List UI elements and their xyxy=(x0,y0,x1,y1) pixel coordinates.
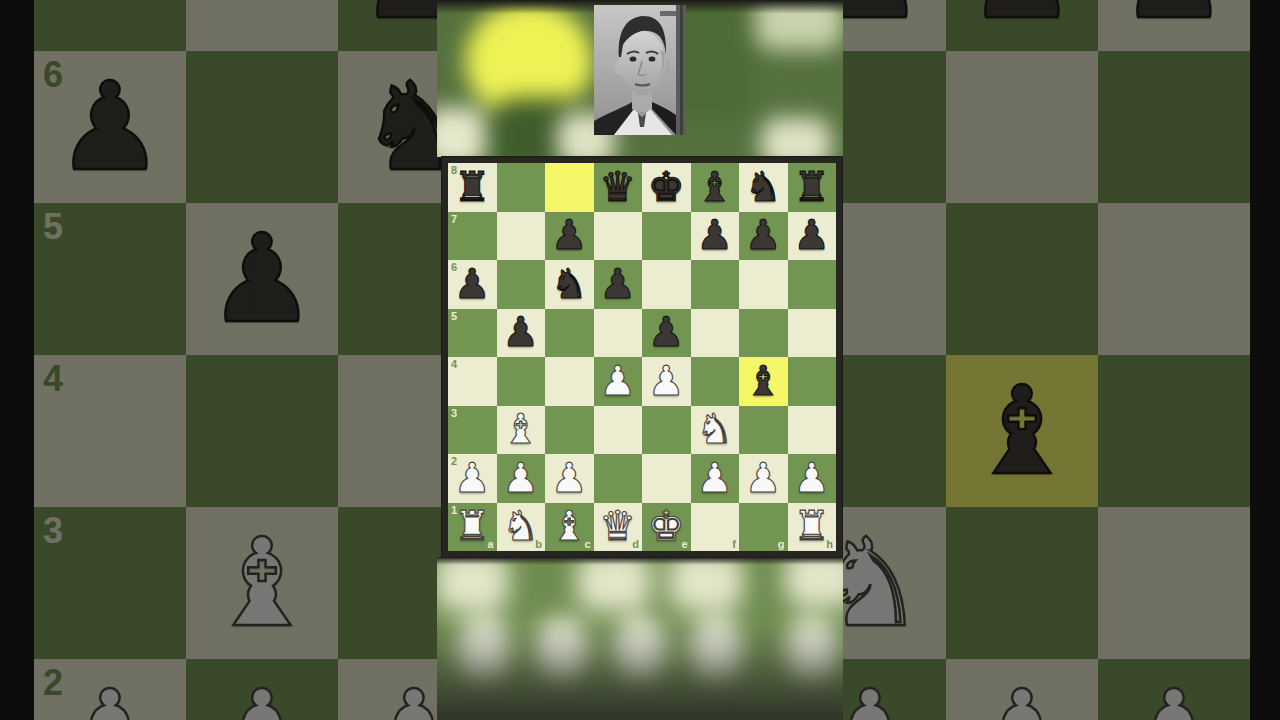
white-pawn-e4: ♟ xyxy=(648,361,685,402)
square-d3[interactable] xyxy=(594,406,643,455)
file-label-c: c xyxy=(584,539,590,550)
square-f4[interactable] xyxy=(691,357,740,406)
square-e4[interactable]: ♟ xyxy=(642,357,691,406)
file-label-f: f xyxy=(732,539,736,550)
square-e7[interactable] xyxy=(642,212,691,261)
rank-label-4: 4 xyxy=(451,359,457,370)
square-c6[interactable]: ♞ xyxy=(545,260,594,309)
square-d2[interactable] xyxy=(594,454,643,503)
black-knight-g8: ♞ xyxy=(745,167,782,208)
square-d8[interactable]: ♛ xyxy=(594,163,643,212)
square-g1[interactable]: g xyxy=(739,503,788,552)
square-b6[interactable] xyxy=(497,260,546,309)
square-f3[interactable]: ♞ xyxy=(691,406,740,455)
black-pawn-d6: ♟ xyxy=(599,264,636,305)
square-c1[interactable]: c♝ xyxy=(545,503,594,552)
white-bishop-c1: ♝ xyxy=(551,506,588,547)
square-g6[interactable] xyxy=(739,260,788,309)
square-b5[interactable]: ♟ xyxy=(497,309,546,358)
white-pawn-h2: ♟ xyxy=(793,458,830,499)
file-label-b: b xyxy=(535,539,542,550)
file-label-d: d xyxy=(632,539,639,550)
square-d6[interactable]: ♟ xyxy=(594,260,643,309)
white-bishop-b3: ♝ xyxy=(502,409,539,450)
square-a1[interactable]: 1a♜ xyxy=(448,503,497,552)
square-g4[interactable]: ♝ xyxy=(739,357,788,406)
white-pawn-a2: ♟ xyxy=(454,458,491,499)
white-queen-d1: ♛ xyxy=(599,506,636,547)
white-pawn-b2: ♟ xyxy=(502,458,539,499)
white-rook-h1: ♜ xyxy=(793,506,830,547)
square-f6[interactable] xyxy=(691,260,740,309)
black-pawn-b5: ♟ xyxy=(502,312,539,353)
file-label-g: g xyxy=(778,539,785,550)
square-g5[interactable] xyxy=(739,309,788,358)
square-d7[interactable] xyxy=(594,212,643,261)
square-f2[interactable]: ♟ xyxy=(691,454,740,503)
file-label-h: h xyxy=(826,539,833,550)
white-pawn-g2: ♟ xyxy=(745,458,782,499)
square-a2[interactable]: 2♟ xyxy=(448,454,497,503)
square-h4[interactable] xyxy=(788,357,837,406)
black-bishop-f8: ♝ xyxy=(696,167,733,208)
square-e8[interactable]: ♚ xyxy=(642,163,691,212)
square-c3[interactable] xyxy=(545,406,594,455)
rank-label-7: 7 xyxy=(451,214,457,225)
square-d5[interactable] xyxy=(594,309,643,358)
white-pawn-f2: ♟ xyxy=(696,458,733,499)
black-queen-d8: ♛ xyxy=(599,167,636,208)
white-pawn-d4: ♟ xyxy=(599,361,636,402)
square-f7[interactable]: ♟ xyxy=(691,212,740,261)
black-pawn-g7: ♟ xyxy=(745,215,782,256)
black-knight-c6: ♞ xyxy=(551,264,588,305)
square-a8[interactable]: 8♜ xyxy=(448,163,497,212)
chess-board: 8♜♛♚♝♞♜7♟♟♟♟6♟♞♟5♟♟4♟♟♝3♝♞2♟♟♟♟♟♟1a♜b♞c♝… xyxy=(442,157,842,557)
square-h8[interactable]: ♜ xyxy=(788,163,837,212)
square-e2[interactable] xyxy=(642,454,691,503)
square-g8[interactable]: ♞ xyxy=(739,163,788,212)
white-knight-f3: ♞ xyxy=(696,409,733,450)
video-frame: 8♜♛♚♝♞♜7♟♟♟♟6♟♞♟5♟♟4♟♟♝3♝♞2♟♟♟♟♟♟1a♜b♞c♝… xyxy=(0,0,1280,720)
square-d1[interactable]: d♛ xyxy=(594,503,643,552)
square-a7[interactable]: 7 xyxy=(448,212,497,261)
rank-label-2: 2 xyxy=(451,456,457,467)
square-a5[interactable]: 5 xyxy=(448,309,497,358)
square-e5[interactable]: ♟ xyxy=(642,309,691,358)
square-c4[interactable] xyxy=(545,357,594,406)
file-label-a: a xyxy=(487,539,493,550)
black-pawn-c7: ♟ xyxy=(551,215,588,256)
square-a3[interactable]: 3 xyxy=(448,406,497,455)
center-strip: 8♜♛♚♝♞♜7♟♟♟♟6♟♞♟5♟♟4♟♟♝3♝♞2♟♟♟♟♟♟1a♜b♞c♝… xyxy=(437,0,843,720)
square-g3[interactable] xyxy=(739,406,788,455)
square-f1[interactable]: f xyxy=(691,503,740,552)
square-h3[interactable] xyxy=(788,406,837,455)
square-a6[interactable]: 6♟ xyxy=(448,260,497,309)
square-b3[interactable]: ♝ xyxy=(497,406,546,455)
white-rook-a1: ♜ xyxy=(454,506,491,547)
rank-label-8: 8 xyxy=(451,165,457,176)
square-c8[interactable] xyxy=(545,163,594,212)
square-h7[interactable]: ♟ xyxy=(788,212,837,261)
square-b4[interactable] xyxy=(497,357,546,406)
rank-label-1: 1 xyxy=(451,505,457,516)
square-f8[interactable]: ♝ xyxy=(691,163,740,212)
fischer-photo xyxy=(594,5,686,135)
black-rook-a8: ♜ xyxy=(454,167,491,208)
rank-label-6: 6 xyxy=(451,262,457,273)
black-king-e8: ♚ xyxy=(648,167,685,208)
square-e1[interactable]: e♚ xyxy=(642,503,691,552)
black-pawn-h7: ♟ xyxy=(793,215,830,256)
rank-label-5: 5 xyxy=(451,311,457,322)
square-e6[interactable] xyxy=(642,260,691,309)
square-d4[interactable]: ♟ xyxy=(594,357,643,406)
square-b7[interactable] xyxy=(497,212,546,261)
file-label-e: e xyxy=(681,539,687,550)
square-h5[interactable] xyxy=(788,309,837,358)
square-e3[interactable] xyxy=(642,406,691,455)
strip-bottom-blur xyxy=(437,557,843,720)
square-b2[interactable]: ♟ xyxy=(497,454,546,503)
white-king-e1: ♚ xyxy=(648,506,685,547)
square-c5[interactable] xyxy=(545,309,594,358)
black-pawn-f7: ♟ xyxy=(696,215,733,256)
square-h1[interactable]: h♜ xyxy=(788,503,837,552)
black-pawn-e5: ♟ xyxy=(648,312,685,353)
square-c2[interactable]: ♟ xyxy=(545,454,594,503)
square-h6[interactable] xyxy=(788,260,837,309)
square-b1[interactable]: b♞ xyxy=(497,503,546,552)
square-f5[interactable] xyxy=(691,309,740,358)
square-h2[interactable]: ♟ xyxy=(788,454,837,503)
square-c7[interactable]: ♟ xyxy=(545,212,594,261)
square-a4[interactable]: 4 xyxy=(448,357,497,406)
white-knight-b1: ♞ xyxy=(502,506,539,547)
square-b8[interactable] xyxy=(497,163,546,212)
black-rook-h8: ♜ xyxy=(793,167,830,208)
black-bishop-g4: ♝ xyxy=(745,361,782,402)
white-pawn-c2: ♟ xyxy=(551,458,588,499)
square-g2[interactable]: ♟ xyxy=(739,454,788,503)
black-pawn-a6: ♟ xyxy=(454,264,491,305)
square-g7[interactable]: ♟ xyxy=(739,212,788,261)
rank-label-3: 3 xyxy=(451,408,457,419)
